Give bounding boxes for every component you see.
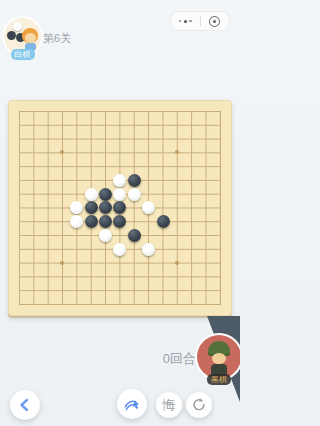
close-icon-dot [213,20,216,23]
avatar-black-stone-icon [7,31,16,40]
white-stone [113,243,126,256]
player-white-label: 白棋 [11,49,35,60]
black-stone [99,201,112,214]
more-icon [184,20,187,23]
black-stone [85,215,98,228]
stones-layer [12,104,228,312]
restart-icon [191,397,207,413]
black-stone [128,174,141,187]
black-stone [99,188,112,201]
black-stone [113,215,126,228]
white-stone [70,215,83,228]
white-stone [85,188,98,201]
white-stone [99,229,112,242]
restart-button[interactable] [186,392,212,418]
level-label: 第6关 [43,31,71,46]
hint-button[interactable] [117,389,147,419]
white-stone [70,201,83,214]
undo-button[interactable]: 悔 [156,392,182,418]
avatar-white-stone-icon [13,22,22,31]
player-white-avatar: 白棋 [4,18,41,55]
hint-hand-icon [123,395,142,414]
avatar-character-icon [197,335,240,379]
back-chevron-icon [17,397,33,413]
avatar-character-face [25,33,36,43]
black-stone [99,215,112,228]
white-stone [128,188,141,201]
player-black-avatar: 黑棋 [197,335,240,379]
close-button[interactable] [201,12,230,30]
black-stone [128,229,141,242]
app-screen: { "game": "gomoku", "board_size": 15, "p… [0,0,240,426]
back-button[interactable] [10,390,40,420]
black-stone [113,201,126,214]
more-icon [189,20,192,23]
white-stone [142,201,155,214]
black-stone [85,201,98,214]
black-stone [157,215,170,228]
round-counter: 0回合 [163,350,196,368]
player-black-label: 黑棋 [207,374,231,385]
miniprogram-capsule [170,11,230,31]
more-button[interactable] [171,12,200,30]
close-icon [209,16,220,27]
white-stone [142,243,155,256]
undo-label: 悔 [163,396,176,414]
white-stone [113,174,126,187]
avatar-character-face [212,353,226,364]
more-icon [179,20,182,23]
board-inner [12,104,228,312]
gomoku-board[interactable] [8,100,232,316]
white-stone [113,188,126,201]
